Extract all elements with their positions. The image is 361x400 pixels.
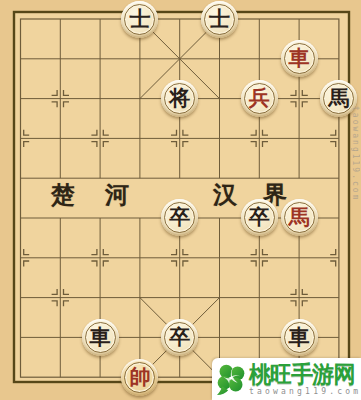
piece-glyph: 車 — [289, 326, 310, 347]
piece-red-chariot[interactable]: 車 — [281, 40, 318, 77]
watermark-text-block: 桃旺手游网 taowang119.com — [249, 362, 361, 396]
board-grid: 士士車将兵馬卒卒馬車卒車帥 — [1, 0, 359, 397]
board-cell: 卒 — [160, 317, 200, 357]
board-cell: 兵 — [239, 79, 279, 119]
piece-glyph: 将 — [169, 87, 190, 108]
piece-glyph: 士 — [129, 8, 150, 29]
watermark-site-name: 桃旺手游网 — [249, 362, 355, 386]
piece-black-soldier-right[interactable]: 卒 — [241, 199, 278, 236]
side-watermark-text: taowang119.com — [351, 106, 360, 201]
piece-red-soldier[interactable]: 兵 — [241, 80, 278, 117]
piece-black-general[interactable]: 将 — [161, 80, 198, 117]
piece-black-advisor-left[interactable]: 士 — [121, 1, 158, 38]
board-cell: 帥 — [120, 357, 160, 397]
piece-glyph: 卒 — [169, 206, 190, 227]
xiangqi-screenshot: 楚 河 汉 界 士士車将兵馬卒卒馬車卒車帥 taowang119.com 桃旺手… — [0, 0, 361, 400]
piece-glyph: 帥 — [129, 366, 150, 387]
watermark-box: 桃旺手游网 taowang119.com — [212, 358, 361, 400]
piece-glyph: 馬 — [328, 87, 349, 108]
board-cell: 士 — [200, 0, 240, 39]
piece-black-advisor-right[interactable]: 士 — [201, 1, 238, 38]
piece-glyph: 車 — [289, 47, 310, 68]
board-cell: 士 — [120, 0, 160, 39]
piece-glyph: 兵 — [249, 87, 270, 108]
piece-black-soldier-deep[interactable]: 卒 — [161, 319, 198, 356]
clover-logo-icon — [215, 362, 247, 396]
board-cell: 車 — [279, 39, 319, 79]
piece-black-chariot-left[interactable]: 車 — [82, 319, 119, 356]
piece-glyph: 卒 — [249, 206, 270, 227]
piece-glyph: 士 — [209, 8, 230, 29]
piece-red-horse[interactable]: 馬 — [281, 199, 318, 236]
board-cell: 卒 — [239, 198, 279, 238]
piece-black-soldier-center[interactable]: 卒 — [161, 199, 198, 236]
piece-glyph: 車 — [90, 326, 111, 347]
board-cell: 将 — [160, 79, 200, 119]
board-cell: 卒 — [160, 198, 200, 238]
board-cell: 馬 — [279, 198, 319, 238]
piece-black-chariot-right[interactable]: 車 — [281, 319, 318, 356]
board-cell: 車 — [80, 317, 120, 357]
board-cell: 車 — [279, 317, 319, 357]
piece-glyph: 卒 — [169, 326, 190, 347]
piece-red-general[interactable]: 帥 — [121, 359, 158, 396]
piece-glyph: 馬 — [289, 206, 310, 227]
watermark-domain: taowang119.com — [249, 387, 361, 396]
